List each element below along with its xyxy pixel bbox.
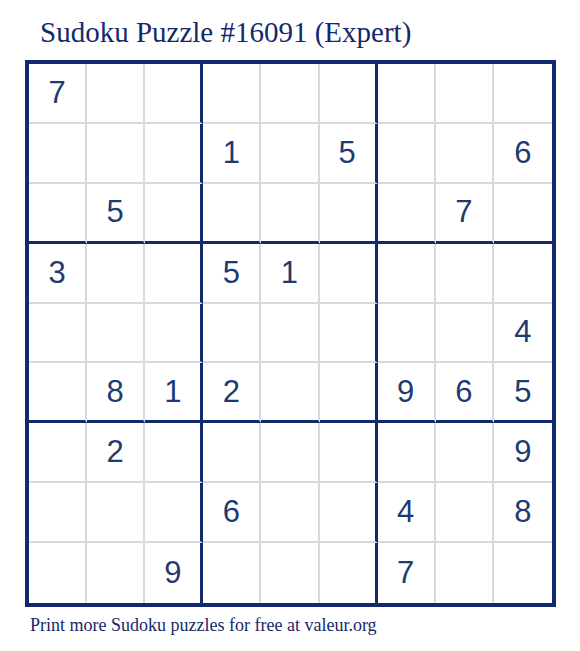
sudoku-cell-r1c5 (261, 64, 319, 124)
sudoku-cell-r5c7 (378, 304, 436, 364)
sudoku-cell-r9c8 (436, 543, 494, 603)
sudoku-cell-r6c3: 1 (145, 363, 203, 423)
sudoku-cell-r9c6 (320, 543, 378, 603)
sudoku-cell-r6c9: 5 (494, 363, 552, 423)
sudoku-cell-r3c6 (320, 184, 378, 244)
sudoku-cell-r4c3 (145, 244, 203, 304)
sudoku-cell-r2c6: 5 (320, 124, 378, 184)
sudoku-cell-r2c2 (87, 124, 145, 184)
sudoku-cell-r1c3 (145, 64, 203, 124)
sudoku-cell-r8c6 (320, 483, 378, 543)
sudoku-cell-r8c3 (145, 483, 203, 543)
sudoku-cell-r5c5 (261, 304, 319, 364)
sudoku-cell-r8c7: 4 (378, 483, 436, 543)
sudoku-cell-r7c5 (261, 423, 319, 483)
sudoku-cell-r1c9 (494, 64, 552, 124)
sudoku-cell-r6c6 (320, 363, 378, 423)
sudoku-cell-r1c2 (87, 64, 145, 124)
sudoku-cell-r6c8: 6 (436, 363, 494, 423)
sudoku-cell-r1c8 (436, 64, 494, 124)
sudoku-cell-r4c2 (87, 244, 145, 304)
sudoku-cell-r5c3 (145, 304, 203, 364)
sudoku-cell-r7c6 (320, 423, 378, 483)
sudoku-cell-r4c8 (436, 244, 494, 304)
sudoku-cell-r5c9: 4 (494, 304, 552, 364)
sudoku-cell-r5c4 (203, 304, 261, 364)
sudoku-cell-r4c5: 1 (261, 244, 319, 304)
sudoku-cell-r4c6 (320, 244, 378, 304)
sudoku-cell-r3c1 (29, 184, 87, 244)
sudoku-cell-r2c9: 6 (494, 124, 552, 184)
sudoku-cell-r2c8 (436, 124, 494, 184)
sudoku-cell-r4c4: 5 (203, 244, 261, 304)
sudoku-cell-r3c3 (145, 184, 203, 244)
sudoku-cell-r8c2 (87, 483, 145, 543)
sudoku-cell-r5c1 (29, 304, 87, 364)
sudoku-cell-r6c4: 2 (203, 363, 261, 423)
sudoku-cell-r9c3: 9 (145, 543, 203, 603)
sudoku-cell-r2c1 (29, 124, 87, 184)
footer-text: Print more Sudoku puzzles for free at va… (30, 615, 377, 636)
sudoku-cell-r7c7 (378, 423, 436, 483)
sudoku-cell-r9c5 (261, 543, 319, 603)
sudoku-cell-r7c2: 2 (87, 423, 145, 483)
sudoku-cell-r5c8 (436, 304, 494, 364)
sudoku-cell-r1c1: 7 (29, 64, 87, 124)
sudoku-cell-r3c9 (494, 184, 552, 244)
sudoku-cell-r4c7 (378, 244, 436, 304)
sudoku-cell-r6c7: 9 (378, 363, 436, 423)
sudoku-cell-r3c2: 5 (87, 184, 145, 244)
sudoku-cell-r8c8 (436, 483, 494, 543)
sudoku-cell-r2c7 (378, 124, 436, 184)
sudoku-cell-r4c1: 3 (29, 244, 87, 304)
sudoku-cell-r2c5 (261, 124, 319, 184)
sudoku-cell-r5c2 (87, 304, 145, 364)
sudoku-cell-r9c7: 7 (378, 543, 436, 603)
sudoku-cell-r3c7 (378, 184, 436, 244)
sudoku-cell-r8c9: 8 (494, 483, 552, 543)
sudoku-cell-r3c4 (203, 184, 261, 244)
sudoku-cell-r7c1 (29, 423, 87, 483)
sudoku-grid: 71565735148129652964897 (25, 60, 556, 607)
sudoku-cell-r6c2: 8 (87, 363, 145, 423)
sudoku-cell-r9c9 (494, 543, 552, 603)
sudoku-cell-r1c6 (320, 64, 378, 124)
sudoku-cell-r6c5 (261, 363, 319, 423)
sudoku-cell-r8c5 (261, 483, 319, 543)
sudoku-cell-r7c3 (145, 423, 203, 483)
page-title: Sudoku Puzzle #16091 (Expert) (40, 16, 411, 49)
sudoku-cell-r4c9 (494, 244, 552, 304)
sudoku-cell-r7c8 (436, 423, 494, 483)
sudoku-cell-r9c4 (203, 543, 261, 603)
sudoku-cell-r2c4: 1 (203, 124, 261, 184)
sudoku-cell-r3c5 (261, 184, 319, 244)
sudoku-cell-r9c1 (29, 543, 87, 603)
sudoku-cell-r1c4 (203, 64, 261, 124)
sudoku-cell-r9c2 (87, 543, 145, 603)
sudoku-cell-r5c6 (320, 304, 378, 364)
sudoku-cell-r8c4: 6 (203, 483, 261, 543)
sudoku-cell-r2c3 (145, 124, 203, 184)
sudoku-cell-r7c9: 9 (494, 423, 552, 483)
sudoku-cell-r7c4 (203, 423, 261, 483)
sudoku-cell-r6c1 (29, 363, 87, 423)
sudoku-cell-r8c1 (29, 483, 87, 543)
sudoku-cell-r3c8: 7 (436, 184, 494, 244)
sudoku-cell-r1c7 (378, 64, 436, 124)
